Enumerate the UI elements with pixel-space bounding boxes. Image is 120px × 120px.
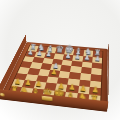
gold-pawn-d4[interactable]: ♟ (50, 69, 57, 77)
silver-pawn-e7[interactable]: ♟ (65, 53, 71, 60)
silver-pawn-g7[interactable]: ♟ (84, 54, 91, 61)
square-b4[interactable] (28, 68, 40, 75)
brass-hinge-icon (0, 93, 5, 97)
silver-queen-d8[interactable]: ♛ (55, 44, 64, 54)
product-photo-stage: ♜♞♝♛♚♝♞♜♟♟♟♟♟♟♟♟♟♟♟♟♟♟♟♟♜♞♝♛♚♝♞♜ (0, 0, 120, 120)
square-g5[interactable] (80, 67, 91, 74)
silver-pawn-h7[interactable]: ♟ (94, 55, 101, 62)
chess-box-lid: ♜♞♝♛♚♝♞♜♟♟♟♟♟♟♟♟♟♟♟♟♟♟♟♟♜♞♝♛♚♝♞♜ (0, 42, 108, 112)
square-g6[interactable] (81, 61, 92, 68)
brass-clasp[interactable] (42, 96, 53, 101)
silver-pawn-c7[interactable]: ♟ (46, 51, 52, 58)
silver-pawn-f7[interactable]: ♟ (74, 54, 81, 61)
silver-pawn-a7[interactable]: ♟ (27, 49, 33, 56)
chess-box-scene: ♜♞♝♛♚♝♞♜♟♟♟♟♟♟♟♟♟♟♟♟♟♟♟♟♜♞♝♛♚♝♞♜ (0, 42, 108, 112)
silver-pawn-b7[interactable]: ♟ (37, 50, 43, 57)
